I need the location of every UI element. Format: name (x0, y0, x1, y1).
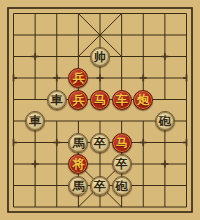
piece-tan-cannon[interactable]: 砲 (112, 176, 132, 196)
piece-tan-soldier[interactable]: 卒 (90, 133, 110, 153)
piece-red-horse[interactable]: 马 (112, 133, 132, 153)
piece-tan-horse[interactable]: 馬 (68, 133, 88, 153)
piece-glyph: 車 (29, 115, 41, 127)
piece-red-horse[interactable]: 马 (90, 90, 110, 110)
piece-glyph: 兵 (72, 94, 84, 106)
piece-glyph: 卒 (94, 137, 106, 149)
piece-glyph: 帅 (94, 51, 106, 63)
piece-glyph: 将 (72, 158, 84, 170)
piece-tan-chariot[interactable]: 車 (47, 90, 67, 110)
piece-red-cannon[interactable]: 炮 (133, 90, 153, 110)
piece-glyph: 炮 (137, 94, 149, 106)
piece-glyph: 兵 (72, 72, 84, 84)
piece-tan-soldier[interactable]: 卒 (112, 154, 132, 174)
piece-glyph: 砲 (116, 180, 128, 192)
piece-glyph: 砲 (159, 115, 171, 127)
piece-tan-chariot[interactable]: 車 (25, 111, 45, 131)
piece-glyph: 馬 (72, 180, 84, 192)
piece-tan-soldier[interactable]: 卒 (90, 176, 110, 196)
piece-glyph: 車 (51, 94, 63, 106)
piece-glyph: 车 (116, 94, 128, 106)
xiangqi-app: 帅兵車兵马车炮車砲馬卒马将卒馬卒砲 (0, 0, 200, 220)
piece-glyph: 马 (116, 137, 128, 149)
piece-tan-horse[interactable]: 馬 (68, 176, 88, 196)
piece-red-chariot[interactable]: 车 (112, 90, 132, 110)
piece-tan-cannon[interactable]: 砲 (155, 111, 175, 131)
piece-glyph: 马 (94, 94, 106, 106)
piece-glyph: 卒 (94, 180, 106, 192)
piece-glyph: 馬 (72, 137, 84, 149)
piece-glyph: 卒 (116, 158, 128, 170)
piece-tan-general[interactable]: 帅 (90, 47, 110, 67)
xiangqi-board[interactable]: 帅兵車兵马车炮車砲馬卒马将卒馬卒砲 (0, 0, 200, 220)
piece-red-soldier[interactable]: 兵 (68, 90, 88, 110)
